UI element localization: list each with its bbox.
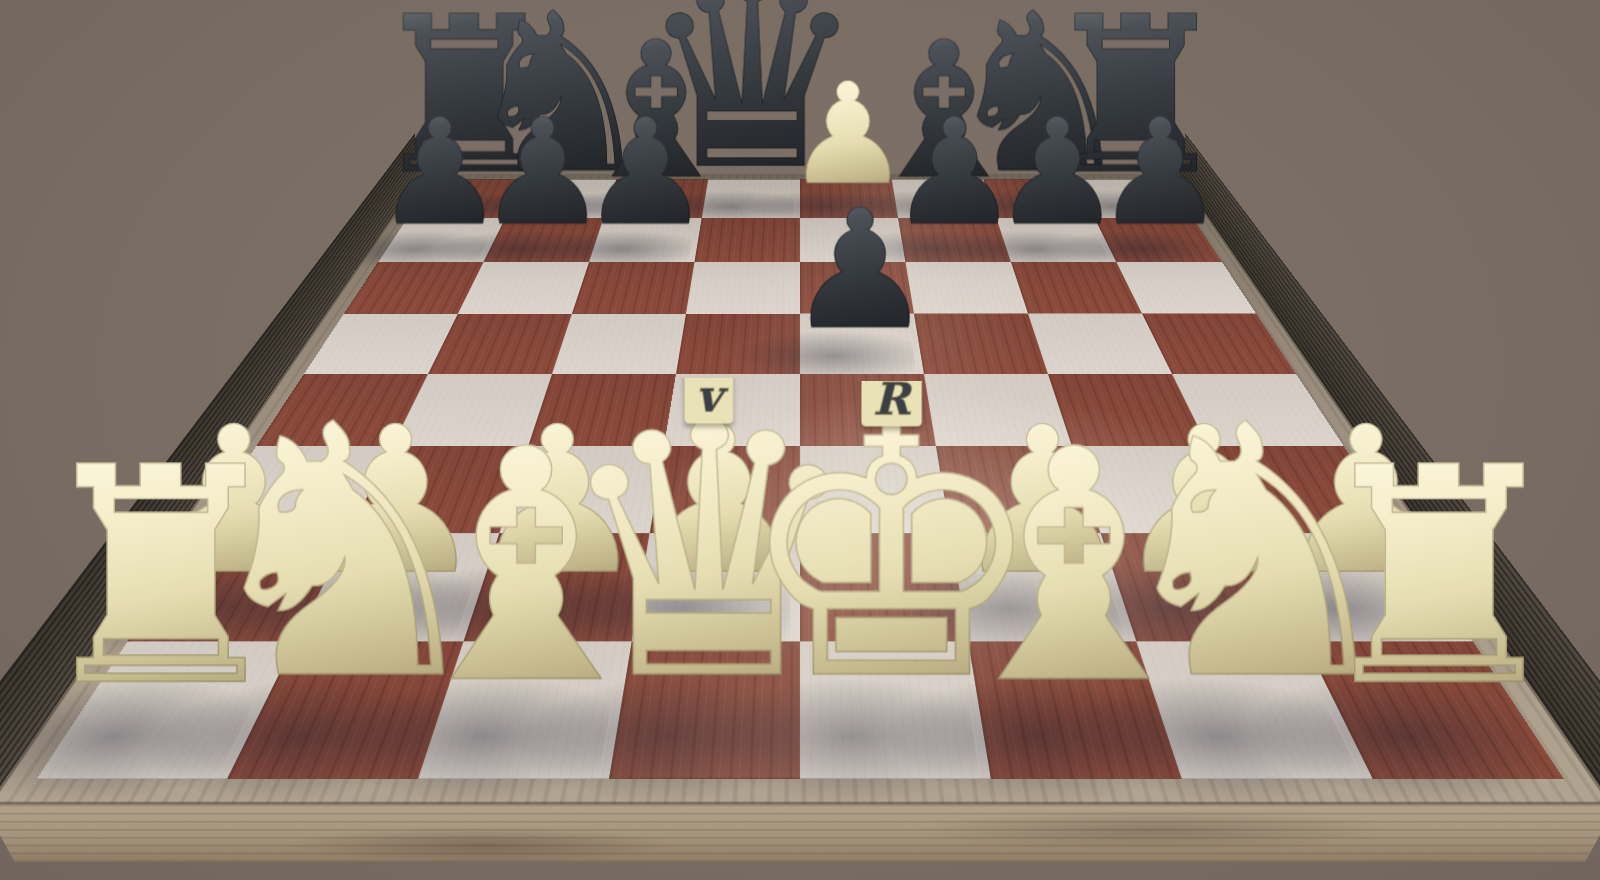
square-h7[interactable]: ♟ — [1095, 218, 1222, 262]
square-h6[interactable] — [1117, 262, 1257, 313]
square-c7[interactable]: ♟ — [589, 218, 702, 262]
piece-black-pawn[interactable]: ♟ — [787, 188, 934, 352]
board-grid: ♜♞♝♛v♟♝♞♜♟♟♟♟♟♟♟♟♟♟♟♟♟♟♜♞♝♛v♚R♝♞♜ — [36, 179, 1563, 778]
chess-scene: ♜♞♝♛v♟♝♞♜♟♟♟♟♟♟♟♟♟♟♟♟♟♟♜♞♝♛v♚R♝♞♜ — [0, 0, 1600, 880]
chess-board: ♜♞♝♛v♟♝♞♜♟♟♟♟♟♟♟♟♟♟♟♟♟♟♜♞♝♛v♚R♝♞♜ — [0, 174, 1600, 805]
square-c6[interactable] — [572, 262, 695, 313]
piece-black-pawn[interactable]: ♟ — [580, 100, 711, 246]
board-frame-front — [0, 804, 1600, 862]
square-a6[interactable] — [344, 262, 484, 313]
piece-white-rook[interactable]: ♜ — [1305, 429, 1573, 728]
piece-mark-R: R — [861, 373, 921, 425]
piece-mark-v: v — [684, 371, 733, 423]
piece-black-pawn[interactable]: ♟ — [1095, 100, 1226, 246]
square-d6[interactable] — [686, 262, 800, 313]
board-playing-area: ♜♞♝♛v♟♝♞♜♟♟♟♟♟♟♟♟♟♟♟♟♟♟♜♞♝♛v♚R♝♞♜ — [36, 179, 1563, 778]
